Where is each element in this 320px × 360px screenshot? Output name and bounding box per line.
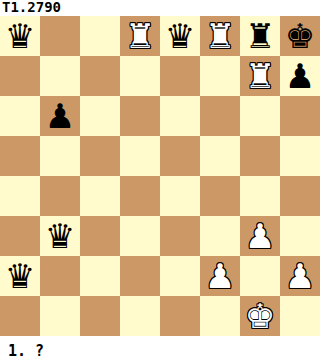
square-g5[interactable] <box>240 136 280 176</box>
square-f2[interactable]: ♟ <box>200 256 240 296</box>
square-f7[interactable] <box>200 56 240 96</box>
square-d4[interactable] <box>120 176 160 216</box>
square-e2[interactable] <box>160 256 200 296</box>
square-a3[interactable] <box>0 216 40 256</box>
square-c4[interactable] <box>80 176 120 216</box>
square-a2[interactable]: ♛ <box>0 256 40 296</box>
square-g3[interactable]: ♟ <box>240 216 280 256</box>
square-c3[interactable] <box>80 216 120 256</box>
square-h8[interactable]: ♚ <box>280 16 320 56</box>
move-prompt-label: 1. ? <box>0 336 320 360</box>
square-d7[interactable] <box>120 56 160 96</box>
square-a5[interactable] <box>0 136 40 176</box>
square-f6[interactable] <box>200 96 240 136</box>
black-queen-icon: ♛ <box>5 16 35 56</box>
square-b8[interactable] <box>40 16 80 56</box>
square-h2[interactable]: ♟ <box>280 256 320 296</box>
black-rook-icon: ♜ <box>245 16 275 56</box>
square-a7[interactable] <box>0 56 40 96</box>
square-f1[interactable] <box>200 296 240 336</box>
square-g8[interactable]: ♜ <box>240 16 280 56</box>
black-pawn-icon: ♟ <box>45 96 75 136</box>
square-e1[interactable] <box>160 296 200 336</box>
square-a8[interactable]: ♛ <box>0 16 40 56</box>
square-e6[interactable] <box>160 96 200 136</box>
square-a1[interactable] <box>0 296 40 336</box>
square-g6[interactable] <box>240 96 280 136</box>
square-b5[interactable] <box>40 136 80 176</box>
square-d2[interactable] <box>120 256 160 296</box>
square-a6[interactable] <box>0 96 40 136</box>
chess-board: ♛♜♛♜♜♚♜♟♟♛♟♛♟♟♚ <box>0 16 320 336</box>
square-c7[interactable] <box>80 56 120 96</box>
square-d5[interactable] <box>120 136 160 176</box>
square-d6[interactable] <box>120 96 160 136</box>
square-a4[interactable] <box>0 176 40 216</box>
black-pawn-icon: ♟ <box>285 56 315 96</box>
black-king-icon: ♚ <box>285 16 315 56</box>
white-rook-icon: ♜ <box>245 56 275 96</box>
square-b1[interactable] <box>40 296 80 336</box>
square-e4[interactable] <box>160 176 200 216</box>
square-b3[interactable]: ♛ <box>40 216 80 256</box>
square-f5[interactable] <box>200 136 240 176</box>
square-f4[interactable] <box>200 176 240 216</box>
square-g2[interactable] <box>240 256 280 296</box>
square-b2[interactable] <box>40 256 80 296</box>
chess-diagram-page: T1.2790 ♛♜♛♜♜♚♜♟♟♛♟♛♟♟♚ 1. ? <box>0 0 320 360</box>
square-h3[interactable] <box>280 216 320 256</box>
square-b6[interactable]: ♟ <box>40 96 80 136</box>
square-e7[interactable] <box>160 56 200 96</box>
white-rook-icon: ♜ <box>205 16 235 56</box>
problem-id-label: T1.2790 <box>0 0 320 16</box>
square-e8[interactable]: ♛ <box>160 16 200 56</box>
white-king-icon: ♚ <box>245 296 275 336</box>
white-pawn-icon: ♟ <box>205 256 235 296</box>
square-d3[interactable] <box>120 216 160 256</box>
square-h7[interactable]: ♟ <box>280 56 320 96</box>
white-pawn-icon: ♟ <box>285 256 315 296</box>
square-d1[interactable] <box>120 296 160 336</box>
black-queen-icon: ♛ <box>45 216 75 256</box>
square-f3[interactable] <box>200 216 240 256</box>
square-c2[interactable] <box>80 256 120 296</box>
square-f8[interactable]: ♜ <box>200 16 240 56</box>
square-c5[interactable] <box>80 136 120 176</box>
square-g1[interactable]: ♚ <box>240 296 280 336</box>
square-c6[interactable] <box>80 96 120 136</box>
white-pawn-icon: ♟ <box>245 216 275 256</box>
square-g7[interactable]: ♜ <box>240 56 280 96</box>
square-h5[interactable] <box>280 136 320 176</box>
white-rook-icon: ♜ <box>125 16 155 56</box>
square-e5[interactable] <box>160 136 200 176</box>
square-c1[interactable] <box>80 296 120 336</box>
square-h6[interactable] <box>280 96 320 136</box>
square-e3[interactable] <box>160 216 200 256</box>
square-c8[interactable] <box>80 16 120 56</box>
black-queen-icon: ♛ <box>165 16 195 56</box>
square-b4[interactable] <box>40 176 80 216</box>
square-d8[interactable]: ♜ <box>120 16 160 56</box>
black-queen-icon: ♛ <box>5 256 35 296</box>
square-h1[interactable] <box>280 296 320 336</box>
square-h4[interactable] <box>280 176 320 216</box>
square-g4[interactable] <box>240 176 280 216</box>
square-b7[interactable] <box>40 56 80 96</box>
